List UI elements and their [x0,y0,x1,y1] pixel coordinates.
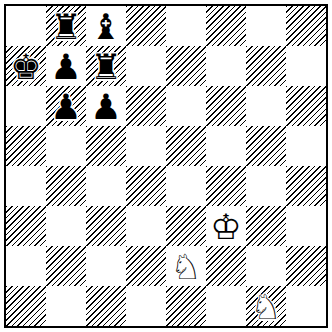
square-b4[interactable] [46,166,86,206]
square-c1[interactable] [86,286,126,326]
black-pawn-glyph: ♟ [46,86,86,126]
square-f3[interactable]: ♚♔ [206,206,246,246]
square-c7[interactable]: ♜♜ [86,46,126,86]
square-f6[interactable] [206,86,246,126]
square-c4[interactable] [86,166,126,206]
square-g1[interactable]: ♞♘ [246,286,286,326]
square-c5[interactable] [86,126,126,166]
square-g5[interactable] [246,126,286,166]
square-f4[interactable] [206,166,246,206]
square-b5[interactable] [46,126,86,166]
square-g4[interactable] [246,166,286,206]
square-b2[interactable] [46,246,86,286]
piece-white-knight-e2[interactable]: ♞♘ [166,246,206,286]
square-e4[interactable] [166,166,206,206]
square-g6[interactable] [246,86,286,126]
black-rook-glyph: ♜ [86,46,126,86]
chess-diagram: ♜♜♝♝♚♚♟♟♜♜♟♟♟♟♚♔♞♘♞♘ [0,0,332,332]
black-pawn-glyph: ♟ [86,86,126,126]
square-b1[interactable] [46,286,86,326]
piece-black-pawn-c6[interactable]: ♟♟ [86,86,126,126]
square-g2[interactable] [246,246,286,286]
square-a6[interactable] [6,86,46,126]
square-f8[interactable] [206,6,246,46]
square-a8[interactable] [6,6,46,46]
square-c8[interactable]: ♝♝ [86,6,126,46]
piece-white-king-f3[interactable]: ♚♔ [206,206,246,246]
square-a7[interactable]: ♚♚ [6,46,46,86]
square-a1[interactable] [6,286,46,326]
chess-board: ♜♜♝♝♚♚♟♟♜♜♟♟♟♟♚♔♞♘♞♘ [6,6,326,326]
square-b6[interactable]: ♟♟ [46,86,86,126]
square-h1[interactable] [286,286,326,326]
piece-black-bishop-c8[interactable]: ♝♝ [86,6,126,46]
square-e3[interactable] [166,206,206,246]
square-a3[interactable] [6,206,46,246]
square-e1[interactable] [166,286,206,326]
square-d8[interactable] [126,6,166,46]
square-a4[interactable] [6,166,46,206]
square-d2[interactable] [126,246,166,286]
square-d6[interactable] [126,86,166,126]
square-h8[interactable] [286,6,326,46]
square-f1[interactable] [206,286,246,326]
black-king-glyph: ♚ [6,46,46,86]
square-e5[interactable] [166,126,206,166]
square-f5[interactable] [206,126,246,166]
square-f2[interactable] [206,246,246,286]
board-frame: ♜♜♝♝♚♚♟♟♜♜♟♟♟♟♚♔♞♘♞♘ [4,4,328,328]
square-g3[interactable] [246,206,286,246]
white-king-glyph: ♔ [206,206,246,246]
square-g8[interactable] [246,6,286,46]
black-pawn-glyph: ♟ [46,46,86,86]
square-c2[interactable] [86,246,126,286]
square-e7[interactable] [166,46,206,86]
square-h4[interactable] [286,166,326,206]
piece-black-pawn-b7[interactable]: ♟♟ [46,46,86,86]
square-h7[interactable] [286,46,326,86]
piece-white-knight-g1[interactable]: ♞♘ [246,286,286,326]
black-rook-glyph: ♜ [46,6,86,46]
square-e8[interactable] [166,6,206,46]
square-a5[interactable] [6,126,46,166]
square-d1[interactable] [126,286,166,326]
square-a2[interactable] [6,246,46,286]
square-h2[interactable] [286,246,326,286]
square-d3[interactable] [126,206,166,246]
square-h6[interactable] [286,86,326,126]
piece-black-rook-c7[interactable]: ♜♜ [86,46,126,86]
piece-black-pawn-b6[interactable]: ♟♟ [46,86,86,126]
square-b8[interactable]: ♜♜ [46,6,86,46]
white-knight-glyph: ♘ [246,286,286,326]
piece-black-rook-b8[interactable]: ♜♜ [46,6,86,46]
square-e2[interactable]: ♞♘ [166,246,206,286]
piece-black-king-a7[interactable]: ♚♚ [6,46,46,86]
square-h5[interactable] [286,126,326,166]
square-h3[interactable] [286,206,326,246]
square-f7[interactable] [206,46,246,86]
square-b7[interactable]: ♟♟ [46,46,86,86]
square-b3[interactable] [46,206,86,246]
square-d4[interactable] [126,166,166,206]
square-c6[interactable]: ♟♟ [86,86,126,126]
square-c3[interactable] [86,206,126,246]
square-d5[interactable] [126,126,166,166]
white-knight-glyph: ♘ [166,246,206,286]
square-g7[interactable] [246,46,286,86]
square-d7[interactable] [126,46,166,86]
square-e6[interactable] [166,86,206,126]
black-bishop-glyph: ♝ [86,6,126,46]
